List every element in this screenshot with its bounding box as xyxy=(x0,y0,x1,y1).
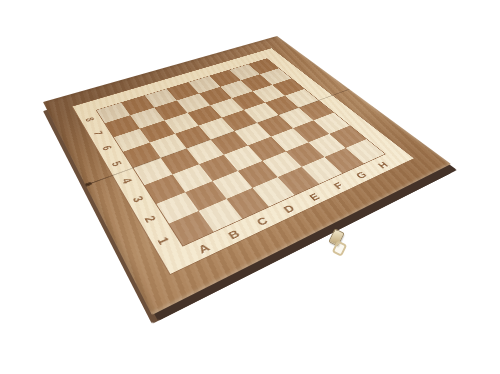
board-squares xyxy=(96,58,386,246)
coordinate-band xyxy=(72,48,415,275)
latch-clasp xyxy=(325,228,349,260)
board-photo: 8A7B6C5D4E3F2G1H xyxy=(0,0,500,374)
